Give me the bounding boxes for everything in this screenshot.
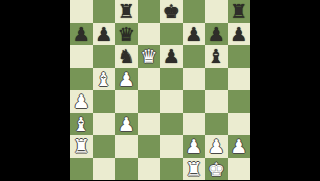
square-f3[interactable] bbox=[183, 113, 206, 136]
square-f8[interactable] bbox=[183, 0, 206, 23]
black-pawn[interactable]: ♟ bbox=[163, 45, 180, 68]
white-pawn[interactable]: ♟ bbox=[185, 135, 202, 158]
square-e5[interactable] bbox=[160, 68, 183, 91]
letterbox-left bbox=[0, 0, 70, 180]
square-a4[interactable]: ♟ bbox=[70, 90, 93, 113]
square-f4[interactable] bbox=[183, 90, 206, 113]
square-g2[interactable]: ♟ bbox=[205, 135, 228, 158]
square-b3[interactable] bbox=[93, 113, 116, 136]
square-c2[interactable] bbox=[115, 135, 138, 158]
black-pawn[interactable]: ♟ bbox=[230, 23, 247, 46]
white-rook[interactable]: ♜ bbox=[73, 135, 90, 158]
square-e2[interactable] bbox=[160, 135, 183, 158]
square-d5[interactable] bbox=[138, 68, 161, 91]
square-b2[interactable] bbox=[93, 135, 116, 158]
white-king[interactable]: ♚ bbox=[208, 158, 225, 181]
square-c5[interactable]: ♟ bbox=[115, 68, 138, 91]
square-c3[interactable]: ♟ bbox=[115, 113, 138, 136]
square-e3[interactable] bbox=[160, 113, 183, 136]
square-e8[interactable]: ♚ bbox=[160, 0, 183, 23]
square-g3[interactable] bbox=[205, 113, 228, 136]
square-e6[interactable]: ♟ bbox=[160, 45, 183, 68]
square-c8[interactable]: ♜ bbox=[115, 0, 138, 23]
square-h3[interactable] bbox=[228, 113, 251, 136]
square-e7[interactable] bbox=[160, 23, 183, 46]
square-h4[interactable] bbox=[228, 90, 251, 113]
square-g5[interactable] bbox=[205, 68, 228, 91]
square-c4[interactable] bbox=[115, 90, 138, 113]
square-e1[interactable] bbox=[160, 158, 183, 181]
square-g7[interactable]: ♟ bbox=[205, 23, 228, 46]
black-queen[interactable]: ♛ bbox=[118, 23, 135, 46]
white-queen[interactable]: ♛ bbox=[140, 45, 157, 68]
square-d2[interactable] bbox=[138, 135, 161, 158]
square-a1[interactable] bbox=[70, 158, 93, 181]
square-f1[interactable]: ♜ bbox=[183, 158, 206, 181]
square-h8[interactable]: ♜ bbox=[228, 0, 251, 23]
square-f7[interactable]: ♟ bbox=[183, 23, 206, 46]
black-king[interactable]: ♚ bbox=[163, 0, 180, 23]
square-h6[interactable] bbox=[228, 45, 251, 68]
black-pawn[interactable]: ♟ bbox=[73, 23, 90, 46]
white-pawn[interactable]: ♟ bbox=[208, 135, 225, 158]
black-rook[interactable]: ♜ bbox=[230, 0, 247, 23]
white-pawn[interactable]: ♟ bbox=[118, 68, 135, 91]
app-screen: ♜♚♜♟♟♛♟♟♟♞♛♟♝♝♟♟♝♟♜♟♟♟♜♚ bbox=[0, 0, 320, 180]
square-a5[interactable] bbox=[70, 68, 93, 91]
square-d8[interactable] bbox=[138, 0, 161, 23]
square-b4[interactable] bbox=[93, 90, 116, 113]
square-a8[interactable] bbox=[70, 0, 93, 23]
white-pawn[interactable]: ♟ bbox=[230, 135, 247, 158]
white-bishop[interactable]: ♝ bbox=[73, 113, 90, 136]
square-h1[interactable] bbox=[228, 158, 251, 181]
square-f6[interactable] bbox=[183, 45, 206, 68]
white-bishop[interactable]: ♝ bbox=[95, 68, 112, 91]
square-e4[interactable] bbox=[160, 90, 183, 113]
square-b7[interactable]: ♟ bbox=[93, 23, 116, 46]
black-bishop[interactable]: ♝ bbox=[208, 45, 225, 68]
black-rook[interactable]: ♜ bbox=[118, 0, 135, 23]
square-b6[interactable] bbox=[93, 45, 116, 68]
square-d1[interactable] bbox=[138, 158, 161, 181]
square-a7[interactable]: ♟ bbox=[70, 23, 93, 46]
black-pawn[interactable]: ♟ bbox=[95, 23, 112, 46]
white-pawn[interactable]: ♟ bbox=[73, 90, 90, 113]
white-pawn[interactable]: ♟ bbox=[118, 113, 135, 136]
square-g1[interactable]: ♚ bbox=[205, 158, 228, 181]
square-d7[interactable] bbox=[138, 23, 161, 46]
square-g8[interactable] bbox=[205, 0, 228, 23]
black-pawn[interactable]: ♟ bbox=[208, 23, 225, 46]
letterbox-right bbox=[250, 0, 320, 180]
square-g6[interactable]: ♝ bbox=[205, 45, 228, 68]
square-c1[interactable] bbox=[115, 158, 138, 181]
square-h7[interactable]: ♟ bbox=[228, 23, 251, 46]
square-d3[interactable] bbox=[138, 113, 161, 136]
square-b8[interactable] bbox=[93, 0, 116, 23]
square-h2[interactable]: ♟ bbox=[228, 135, 251, 158]
square-a3[interactable]: ♝ bbox=[70, 113, 93, 136]
square-b5[interactable]: ♝ bbox=[93, 68, 116, 91]
square-d4[interactable] bbox=[138, 90, 161, 113]
square-g4[interactable] bbox=[205, 90, 228, 113]
chess-board: ♜♚♜♟♟♛♟♟♟♞♛♟♝♝♟♟♝♟♜♟♟♟♜♚ bbox=[70, 0, 250, 180]
white-rook[interactable]: ♜ bbox=[185, 158, 202, 181]
black-pawn[interactable]: ♟ bbox=[185, 23, 202, 46]
black-knight[interactable]: ♞ bbox=[118, 45, 135, 68]
square-a6[interactable] bbox=[70, 45, 93, 68]
square-c6[interactable]: ♞ bbox=[115, 45, 138, 68]
square-f2[interactable]: ♟ bbox=[183, 135, 206, 158]
square-d6[interactable]: ♛ bbox=[138, 45, 161, 68]
square-a2[interactable]: ♜ bbox=[70, 135, 93, 158]
square-f5[interactable] bbox=[183, 68, 206, 91]
square-b1[interactable] bbox=[93, 158, 116, 181]
square-c7[interactable]: ♛ bbox=[115, 23, 138, 46]
square-h5[interactable] bbox=[228, 68, 251, 91]
